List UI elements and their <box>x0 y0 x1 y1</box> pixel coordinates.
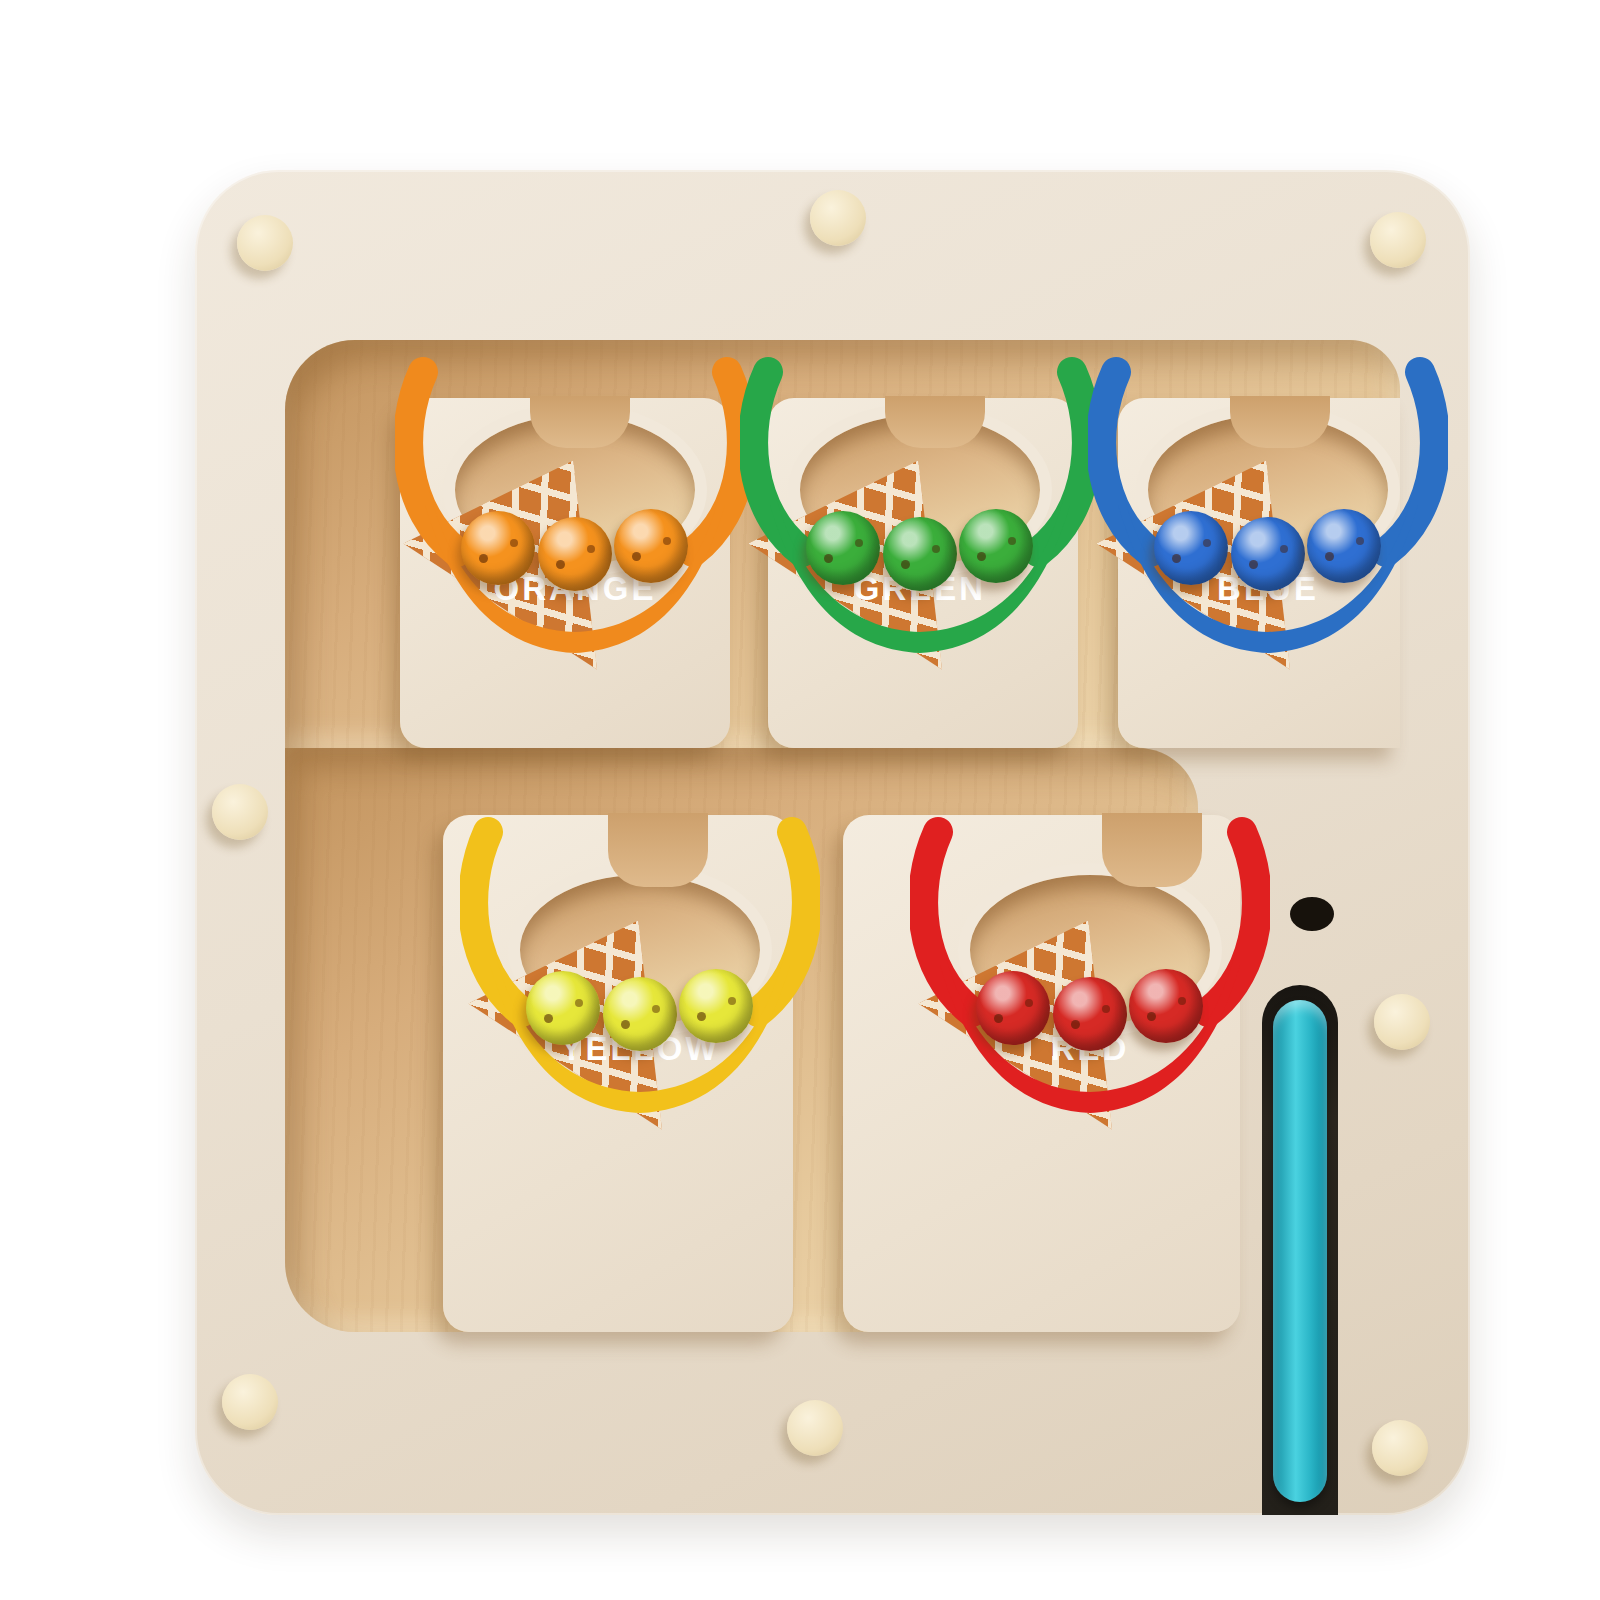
bead-orange-3[interactable] <box>614 509 688 583</box>
cup-entry-channel-orange <box>530 396 630 448</box>
bead-red-2[interactable] <box>1053 977 1127 1051</box>
bead-green-1[interactable] <box>806 511 880 585</box>
cup-entry-channel-green <box>885 396 985 448</box>
wood-peg-bottom-middle <box>787 1400 843 1456</box>
bead-blue-3[interactable] <box>1307 509 1381 583</box>
cup-entry-channel-red <box>1102 813 1202 887</box>
wood-peg-top-right <box>1370 212 1426 268</box>
bead-orange-2[interactable] <box>538 517 612 591</box>
bead-blue-2[interactable] <box>1231 517 1305 591</box>
magnet-park-dot <box>1290 897 1334 931</box>
bead-green-2[interactable] <box>883 517 957 591</box>
bead-red-1[interactable] <box>976 971 1050 1045</box>
wood-peg-top-middle <box>810 190 866 246</box>
magnetic-stylus[interactable] <box>1273 1000 1327 1502</box>
bead-yellow-3[interactable] <box>679 969 753 1043</box>
bead-blue-1[interactable] <box>1154 511 1228 585</box>
bead-green-3[interactable] <box>959 509 1033 583</box>
bead-yellow-1[interactable] <box>526 971 600 1045</box>
wood-peg-right-middle <box>1374 994 1430 1050</box>
bead-red-3[interactable] <box>1129 969 1203 1043</box>
wood-peg-bottom-left <box>222 1374 278 1430</box>
wood-peg-left-middle <box>212 784 268 840</box>
bead-orange-1[interactable] <box>461 511 535 585</box>
wood-peg-top-left <box>237 215 293 271</box>
product-photo-stage: ORANGE GREEN BLUE YE <box>0 0 1600 1600</box>
cup-entry-channel-blue <box>1230 396 1330 448</box>
cup-entry-channel-yellow <box>608 813 708 887</box>
wood-peg-bottom-right <box>1372 1420 1428 1476</box>
bead-yellow-2[interactable] <box>603 977 677 1051</box>
